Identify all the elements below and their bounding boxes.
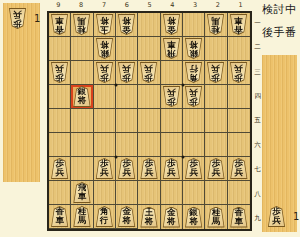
- piece-kanji: 角行: [96, 207, 113, 226]
- file-label: 2: [206, 0, 229, 10]
- shogi-piece-gote[interactable]: 桂馬: [72, 14, 91, 35]
- piece-kanji: 歩兵: [268, 207, 285, 226]
- shogi-piece-sente[interactable]: 歩兵: [206, 158, 225, 179]
- file-label: 4: [161, 0, 184, 10]
- piece-kanji: 香車: [51, 15, 68, 34]
- board-cell[interactable]: 銀将: [183, 205, 205, 229]
- board-cell[interactable]: 歩兵: [205, 157, 227, 181]
- piece-kanji: 歩兵: [51, 159, 68, 178]
- shogi-piece-sente[interactable]: 角行: [95, 206, 114, 227]
- piece-kanji: 金将: [163, 15, 180, 34]
- board-cell[interactable]: [183, 181, 205, 205]
- board-cell[interactable]: 飛車: [71, 181, 93, 205]
- board-cell[interactable]: [116, 37, 138, 61]
- rank-label: 三: [253, 60, 262, 84]
- file-label: 9: [47, 0, 70, 10]
- shogi-piece-gote[interactable]: 玉将: [95, 14, 114, 35]
- board-cell[interactable]: [228, 133, 250, 157]
- rank-label: 八: [253, 182, 262, 206]
- piece-kanji: 玉将: [96, 15, 113, 34]
- shogi-piece-sente[interactable]: 香車: [50, 206, 69, 227]
- board-cell[interactable]: 角行: [94, 205, 116, 229]
- board-cell[interactable]: 歩兵: [49, 61, 71, 85]
- shogi-piece-gote[interactable]: 飛車: [162, 38, 181, 59]
- piece-kanji: 香車: [230, 15, 247, 34]
- piece-kanji: 飛車: [163, 39, 180, 58]
- board-cell[interactable]: 桂馬: [205, 13, 227, 37]
- board-cell[interactable]: [183, 109, 205, 133]
- board-cell[interactable]: 銀将: [183, 37, 205, 61]
- board-cell[interactable]: 歩兵: [183, 85, 205, 109]
- piece-kanji: 香車: [230, 208, 247, 227]
- board-cell[interactable]: 桂馬: [71, 205, 93, 229]
- shogi-piece-gote[interactable]: 歩兵: [117, 62, 136, 83]
- board-cell[interactable]: [138, 13, 160, 37]
- piece-kanji: 金将: [118, 207, 135, 226]
- board-cell[interactable]: 歩兵: [205, 61, 227, 85]
- shogi-piece-sente[interactable]: 王将: [139, 207, 158, 228]
- shogi-piece-sente[interactable]: 歩兵: [117, 158, 136, 179]
- shogi-piece-sente[interactable]: 金将: [162, 207, 181, 228]
- board-cell[interactable]: 金将: [161, 205, 183, 229]
- board-cell[interactable]: 金将: [116, 205, 138, 229]
- board-cell[interactable]: [116, 109, 138, 133]
- board-cell[interactable]: 歩兵: [138, 157, 160, 181]
- sente-hand-stand: 歩兵1: [262, 55, 297, 232]
- shogi-piece-sente[interactable]: 香車: [229, 207, 248, 228]
- board-cell[interactable]: [49, 85, 71, 109]
- board-cell[interactable]: [205, 109, 227, 133]
- piece-kanji: 銀将: [185, 208, 202, 227]
- board-cell[interactable]: 銀将: [94, 37, 116, 61]
- hand-piece-count: 1: [293, 211, 299, 222]
- piece-kanji: 桂馬: [207, 15, 224, 34]
- file-label: 5: [138, 0, 161, 10]
- board-cell[interactable]: 歩兵: [161, 157, 183, 181]
- star-point: [114, 155, 117, 158]
- board-cell[interactable]: [228, 109, 250, 133]
- shogi-piece-gote[interactable]: 歩兵: [95, 62, 114, 83]
- board-cell[interactable]: 歩兵: [161, 85, 183, 109]
- board-cell[interactable]: [161, 133, 183, 157]
- shogi-piece-gote[interactable]: 歩兵: [139, 62, 158, 83]
- status-panel: 検討中 後手番: [262, 4, 300, 50]
- piece-kanji: 歩兵: [96, 63, 113, 82]
- board-cell[interactable]: [228, 37, 250, 61]
- piece-kanji: 歩兵: [96, 159, 113, 178]
- board-cell[interactable]: [71, 61, 93, 85]
- piece-kanji: 桂馬: [73, 15, 90, 34]
- file-label: 8: [70, 0, 93, 10]
- rank-label: 六: [253, 133, 262, 157]
- piece-kanji: 歩兵: [140, 63, 157, 82]
- board-cell[interactable]: 王将: [138, 205, 160, 229]
- shogi-piece-gote[interactable]: 銀将: [95, 38, 114, 59]
- board-cell[interactable]: 歩兵: [116, 61, 138, 85]
- board-cell[interactable]: 玉将: [94, 13, 116, 37]
- hand-piece-count: 1: [34, 13, 40, 24]
- shogi-piece-gote[interactable]: 香車: [229, 14, 248, 35]
- shogi-piece-gote[interactable]: 銀将: [184, 38, 203, 59]
- shogi-piece-gote[interactable]: 歩兵: [206, 62, 225, 83]
- board-cell[interactable]: [94, 109, 116, 133]
- board-cell[interactable]: 歩兵: [116, 157, 138, 181]
- board-cell[interactable]: [116, 133, 138, 157]
- shogi-piece-gote[interactable]: 香車: [50, 14, 69, 35]
- rank-label: 七: [253, 158, 262, 182]
- shogi-piece-sente[interactable]: 飛車: [72, 182, 91, 203]
- piece-kanji: 歩兵: [163, 87, 180, 106]
- shogi-piece-gote[interactable]: 歩兵: [229, 62, 248, 83]
- shogi-piece-gote[interactable]: 角行: [184, 62, 203, 83]
- file-label: 7: [93, 0, 116, 10]
- hand-piece-row: 歩兵1: [3, 3, 40, 34]
- board-cell[interactable]: [228, 85, 250, 109]
- board-cell[interactable]: [138, 37, 160, 61]
- status-turn: 後手番: [262, 27, 300, 38]
- rank-label: 一: [253, 11, 262, 35]
- board-cell[interactable]: [161, 109, 183, 133]
- board-cell[interactable]: 歩兵: [183, 157, 205, 181]
- piece-kanji: 王将: [140, 208, 157, 227]
- board-cell[interactable]: [205, 133, 227, 157]
- board-cell[interactable]: [49, 109, 71, 133]
- piece-kanji: 飛車: [73, 183, 90, 202]
- star-point: [181, 155, 184, 158]
- piece-kanji: 角行: [185, 63, 202, 82]
- file-labels: 987654321: [47, 0, 252, 10]
- star-point: [114, 83, 117, 86]
- piece-kanji: 金将: [163, 208, 180, 227]
- board-cell[interactable]: 香車: [49, 205, 71, 229]
- shogi-piece-sente[interactable]: 歩兵: [139, 158, 158, 179]
- board-cell[interactable]: 飛車: [161, 37, 183, 61]
- board-cell[interactable]: 歩兵: [138, 61, 160, 85]
- board-cell[interactable]: [161, 181, 183, 205]
- piece-kanji: 香車: [51, 207, 68, 226]
- shogi-app: 歩兵1 987654321 一二三四五六七八九 香車桂馬玉将金将金将桂馬香車銀将…: [0, 0, 300, 237]
- piece-kanji: 桂馬: [73, 207, 90, 226]
- piece-kanji: 銀将: [96, 39, 113, 58]
- file-label: 3: [184, 0, 207, 10]
- piece-kanji: 歩兵: [118, 63, 135, 82]
- shogi-piece-gote[interactable]: 金将: [117, 14, 136, 35]
- rank-label: 四: [253, 84, 262, 108]
- board-cell[interactable]: [71, 109, 93, 133]
- board-cell[interactable]: 角行: [183, 61, 205, 85]
- shogi-piece-gote[interactable]: 金将: [162, 14, 181, 35]
- rank-label: 九: [253, 207, 262, 231]
- board-cell[interactable]: 歩兵: [228, 61, 250, 85]
- shogi-piece-sente[interactable]: 銀将: [184, 207, 203, 228]
- board-cell[interactable]: [49, 181, 71, 205]
- shogi-piece-gote[interactable]: 歩兵: [184, 86, 203, 107]
- board-cell[interactable]: [205, 85, 227, 109]
- board-cell[interactable]: [94, 85, 116, 109]
- board-cell[interactable]: [138, 85, 160, 109]
- board-cell[interactable]: 香車: [228, 13, 250, 37]
- board-cell[interactable]: 香車: [228, 205, 250, 229]
- board-cell[interactable]: [94, 133, 116, 157]
- board-cell[interactable]: [71, 157, 93, 181]
- piece-kanji: 歩兵: [230, 63, 247, 82]
- piece-kanji: 歩兵: [118, 159, 135, 178]
- board-cell[interactable]: [138, 133, 160, 157]
- shogi-piece-sente[interactable]: 歩兵: [267, 206, 286, 227]
- piece-kanji: 歩兵: [163, 159, 180, 178]
- status-mode: 検討中: [262, 4, 300, 15]
- board-cell[interactable]: [228, 181, 250, 205]
- rank-label: 五: [253, 109, 262, 133]
- board-cell[interactable]: 桂馬: [71, 13, 93, 37]
- board-cell[interactable]: 歩兵: [228, 157, 250, 181]
- board-cell[interactable]: [49, 133, 71, 157]
- board-cell[interactable]: [138, 181, 160, 205]
- board-cell[interactable]: 香車: [49, 13, 71, 37]
- piece-kanji: 歩兵: [9, 9, 26, 28]
- shogi-piece-sente[interactable]: 銀将: [72, 86, 91, 107]
- board-cell[interactable]: 桂馬: [205, 205, 227, 229]
- board-cell[interactable]: [138, 109, 160, 133]
- piece-kanji: 歩兵: [51, 63, 68, 82]
- piece-kanji: 歩兵: [185, 87, 202, 106]
- shogi-piece-gote[interactable]: 歩兵: [50, 62, 69, 83]
- piece-kanji: 歩兵: [207, 63, 224, 82]
- piece-kanji: 銀将: [185, 39, 202, 58]
- shogi-piece-sente[interactable]: 桂馬: [72, 206, 91, 227]
- shogi-piece-sente[interactable]: 歩兵: [162, 158, 181, 179]
- board-cell[interactable]: 歩兵: [49, 157, 71, 181]
- board-cell[interactable]: 歩兵: [94, 61, 116, 85]
- board-cell[interactable]: 歩兵: [94, 157, 116, 181]
- shogi-piece-sente[interactable]: 金将: [117, 206, 136, 227]
- rank-label: 二: [253, 35, 262, 59]
- board-cell[interactable]: [183, 133, 205, 157]
- gote-hand-stand: 歩兵1: [3, 3, 40, 182]
- board-cell[interactable]: 銀将: [71, 85, 93, 109]
- file-label: 1: [229, 0, 252, 10]
- piece-kanji: 金将: [118, 15, 135, 34]
- piece-kanji: 銀将: [73, 87, 90, 106]
- shogi-piece-gote[interactable]: 歩兵: [162, 86, 181, 107]
- shogi-board: 香車桂馬玉将金将金将桂馬香車銀将飛車銀将歩兵歩兵歩兵歩兵角行歩兵歩兵銀将歩兵歩兵…: [47, 11, 252, 231]
- board-cell[interactable]: [116, 181, 138, 205]
- shogi-piece-gote[interactable]: 桂馬: [206, 14, 225, 35]
- shogi-piece-gote[interactable]: 歩兵: [8, 8, 27, 29]
- board-cell[interactable]: [71, 133, 93, 157]
- star-point: [181, 83, 184, 86]
- shogi-piece-sente[interactable]: 桂馬: [206, 207, 225, 228]
- piece-kanji: 歩兵: [140, 159, 157, 178]
- shogi-piece-sente[interactable]: 歩兵: [95, 158, 114, 179]
- board-cell[interactable]: 金将: [161, 13, 183, 37]
- board-cell[interactable]: [205, 181, 227, 205]
- board-cell[interactable]: [161, 61, 183, 85]
- board-cell[interactable]: [94, 181, 116, 205]
- board-cell[interactable]: [71, 37, 93, 61]
- piece-kanji: 歩兵: [207, 159, 224, 178]
- piece-kanji: 桂馬: [207, 208, 224, 227]
- shogi-piece-sente[interactable]: 歩兵: [50, 158, 69, 179]
- piece-kanji: 歩兵: [185, 159, 202, 178]
- board-cell[interactable]: 金将: [116, 13, 138, 37]
- piece-kanji: 歩兵: [230, 159, 247, 178]
- board-cell[interactable]: [205, 37, 227, 61]
- shogi-piece-sente[interactable]: 歩兵: [229, 158, 248, 179]
- hand-piece-row: 歩兵1: [262, 201, 297, 232]
- shogi-piece-sente[interactable]: 歩兵: [184, 158, 203, 179]
- board-cell[interactable]: [49, 37, 71, 61]
- rank-labels: 一二三四五六七八九: [253, 11, 262, 231]
- board-cell[interactable]: [183, 13, 205, 37]
- file-label: 6: [115, 0, 138, 10]
- board-cell[interactable]: [116, 85, 138, 109]
